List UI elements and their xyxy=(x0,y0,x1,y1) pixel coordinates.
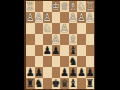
square-c2[interactable]: ♙ xyxy=(69,12,78,23)
piece-white-pawn[interactable]: ♙ xyxy=(35,12,44,23)
piece-black-pawn[interactable]: ♟ xyxy=(77,67,86,78)
square-e1[interactable]: ♔ xyxy=(52,1,61,12)
square-d8[interactable]: ♛ xyxy=(60,78,69,89)
square-c8[interactable]: ♝ xyxy=(69,78,78,89)
square-a4[interactable] xyxy=(86,34,95,45)
square-e8[interactable]: ♚ xyxy=(52,78,61,89)
piece-white-knight[interactable]: ♘ xyxy=(43,23,52,34)
square-h5[interactable] xyxy=(26,45,35,56)
piece-white-king[interactable]: ♔ xyxy=(52,1,61,12)
letterbox-left xyxy=(0,0,24,90)
piece-white-pawn[interactable]: ♙ xyxy=(77,12,86,23)
piece-black-queen[interactable]: ♛ xyxy=(60,78,69,89)
square-e6[interactable] xyxy=(52,56,61,67)
square-h4[interactable] xyxy=(26,34,35,45)
square-g3[interactable] xyxy=(35,23,44,34)
video-frame: ♖♔♕♗♘♖♙♙♙♙♙♙♘♙♙♗♟♟♝♞♟♟♟♟♟♟♜♞♚♛♝♜ xyxy=(0,0,120,90)
square-h2[interactable]: ♙ xyxy=(26,12,35,23)
square-b3[interactable] xyxy=(77,23,86,34)
square-f6[interactable] xyxy=(43,56,52,67)
piece-white-pawn[interactable]: ♙ xyxy=(60,23,69,34)
piece-black-knight[interactable]: ♞ xyxy=(35,78,44,89)
square-f3[interactable]: ♘ xyxy=(43,23,52,34)
piece-black-pawn[interactable]: ♟ xyxy=(43,45,52,56)
chess-board-grid: ♖♔♕♗♘♖♙♙♙♙♙♙♘♙♙♗♟♟♝♞♟♟♟♟♟♟♜♞♚♛♝♜ xyxy=(26,1,93,89)
letterbox-right xyxy=(95,0,120,90)
piece-white-queen[interactable]: ♕ xyxy=(60,1,69,12)
piece-black-pawn[interactable]: ♟ xyxy=(52,45,61,56)
square-b2[interactable]: ♙ xyxy=(77,12,86,23)
square-e5[interactable]: ♟ xyxy=(52,45,61,56)
square-f8[interactable] xyxy=(43,78,52,89)
piece-black-king[interactable]: ♚ xyxy=(52,78,61,89)
square-g2[interactable]: ♙ xyxy=(35,12,44,23)
piece-white-pawn[interactable]: ♙ xyxy=(69,12,78,23)
piece-white-pawn[interactable]: ♙ xyxy=(26,12,35,23)
square-d5[interactable] xyxy=(60,45,69,56)
square-a2[interactable]: ♙ xyxy=(86,12,95,23)
square-d4[interactable] xyxy=(60,34,69,45)
square-g4[interactable] xyxy=(35,34,44,45)
square-f7[interactable] xyxy=(43,67,52,78)
square-h3[interactable] xyxy=(26,23,35,34)
square-g5[interactable] xyxy=(35,45,44,56)
square-g8[interactable]: ♞ xyxy=(35,78,44,89)
square-b7[interactable]: ♟ xyxy=(77,67,86,78)
square-d3[interactable]: ♙ xyxy=(60,23,69,34)
square-d1[interactable]: ♕ xyxy=(60,1,69,12)
piece-black-rook[interactable]: ♜ xyxy=(26,78,35,89)
chess-board: ♖♔♕♗♘♖♙♙♙♙♙♙♘♙♙♗♟♟♝♞♟♟♟♟♟♟♜♞♚♛♝♜ xyxy=(24,0,95,90)
square-a8[interactable]: ♜ xyxy=(86,78,95,89)
square-b5[interactable] xyxy=(77,45,86,56)
square-e2[interactable] xyxy=(52,12,61,23)
square-b4[interactable] xyxy=(77,34,86,45)
square-f5[interactable]: ♟ xyxy=(43,45,52,56)
square-a5[interactable] xyxy=(86,45,95,56)
square-a3[interactable] xyxy=(86,23,95,34)
piece-white-pawn[interactable]: ♙ xyxy=(86,12,95,23)
square-h8[interactable]: ♜ xyxy=(26,78,35,89)
piece-black-rook[interactable]: ♜ xyxy=(86,78,95,89)
piece-black-bishop[interactable]: ♝ xyxy=(69,78,78,89)
square-b8[interactable] xyxy=(77,78,86,89)
